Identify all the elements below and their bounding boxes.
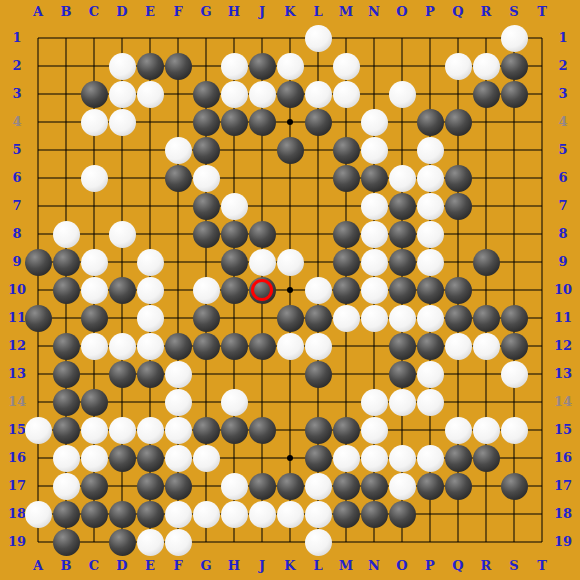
point-G13[interactable] [192,360,220,388]
point-A12[interactable] [24,332,52,360]
point-J9[interactable] [248,248,276,276]
point-E10[interactable] [136,276,164,304]
point-Q19[interactable] [444,528,472,556]
point-P3[interactable] [416,80,444,108]
point-A3[interactable] [24,80,52,108]
point-J18[interactable] [248,500,276,528]
point-D6[interactable] [108,164,136,192]
point-D16[interactable] [108,444,136,472]
point-D5[interactable] [108,136,136,164]
point-S10[interactable] [500,276,528,304]
point-Q17[interactable] [444,472,472,500]
point-Q9[interactable] [444,248,472,276]
point-R6[interactable] [472,164,500,192]
point-C15[interactable] [80,416,108,444]
point-G15[interactable] [192,416,220,444]
point-J11[interactable] [248,304,276,332]
point-J3[interactable] [248,80,276,108]
point-O12[interactable] [388,332,416,360]
point-R19[interactable] [472,528,500,556]
point-R4[interactable] [472,108,500,136]
point-B18[interactable] [52,500,80,528]
point-R11[interactable] [472,304,500,332]
point-C8[interactable] [80,220,108,248]
point-C14[interactable] [80,388,108,416]
point-T19[interactable] [528,528,556,556]
point-H12[interactable] [220,332,248,360]
point-L10[interactable] [304,276,332,304]
point-F3[interactable] [164,80,192,108]
point-C18[interactable] [80,500,108,528]
point-C17[interactable] [80,472,108,500]
point-F16[interactable] [164,444,192,472]
point-P17[interactable] [416,472,444,500]
point-B15[interactable] [52,416,80,444]
point-S3[interactable] [500,80,528,108]
point-R1[interactable] [472,24,500,52]
point-H3[interactable] [220,80,248,108]
point-O2[interactable] [388,52,416,80]
point-O19[interactable] [388,528,416,556]
point-S11[interactable] [500,304,528,332]
point-P6[interactable] [416,164,444,192]
point-N13[interactable] [360,360,388,388]
point-E4[interactable] [136,108,164,136]
point-A14[interactable] [24,388,52,416]
point-B10[interactable] [52,276,80,304]
point-S13[interactable] [500,360,528,388]
point-D14[interactable] [108,388,136,416]
point-O13[interactable] [388,360,416,388]
point-C7[interactable] [80,192,108,220]
point-N11[interactable] [360,304,388,332]
point-K6[interactable] [276,164,304,192]
point-S7[interactable] [500,192,528,220]
point-F5[interactable] [164,136,192,164]
point-S9[interactable] [500,248,528,276]
point-O17[interactable] [388,472,416,500]
point-T10[interactable] [528,276,556,304]
point-E14[interactable] [136,388,164,416]
point-C16[interactable] [80,444,108,472]
point-J8[interactable] [248,220,276,248]
point-A16[interactable] [24,444,52,472]
point-S16[interactable] [500,444,528,472]
point-D11[interactable] [108,304,136,332]
point-E6[interactable] [136,164,164,192]
point-D12[interactable] [108,332,136,360]
point-G16[interactable] [192,444,220,472]
point-A1[interactable] [24,24,52,52]
point-C19[interactable] [80,528,108,556]
point-Q7[interactable] [444,192,472,220]
point-T6[interactable] [528,164,556,192]
point-D17[interactable] [108,472,136,500]
point-R3[interactable] [472,80,500,108]
point-G10[interactable] [192,276,220,304]
point-P12[interactable] [416,332,444,360]
point-K12[interactable] [276,332,304,360]
point-T4[interactable] [528,108,556,136]
point-L7[interactable] [304,192,332,220]
point-Q13[interactable] [444,360,472,388]
point-M9[interactable] [332,248,360,276]
point-D8[interactable] [108,220,136,248]
point-S1[interactable] [500,24,528,52]
point-N3[interactable] [360,80,388,108]
point-Q12[interactable] [444,332,472,360]
point-M18[interactable] [332,500,360,528]
point-A7[interactable] [24,192,52,220]
point-K11[interactable] [276,304,304,332]
point-B14[interactable] [52,388,80,416]
point-L19[interactable] [304,528,332,556]
point-H15[interactable] [220,416,248,444]
point-F14[interactable] [164,388,192,416]
point-N16[interactable] [360,444,388,472]
point-K17[interactable] [276,472,304,500]
point-P5[interactable] [416,136,444,164]
point-F7[interactable] [164,192,192,220]
point-J4[interactable] [248,108,276,136]
point-N10[interactable] [360,276,388,304]
point-E5[interactable] [136,136,164,164]
point-B2[interactable] [52,52,80,80]
point-S4[interactable] [500,108,528,136]
point-N6[interactable] [360,164,388,192]
point-M4[interactable] [332,108,360,136]
point-M13[interactable] [332,360,360,388]
point-A15[interactable] [24,416,52,444]
point-S2[interactable] [500,52,528,80]
point-O4[interactable] [388,108,416,136]
point-L18[interactable] [304,500,332,528]
point-J5[interactable] [248,136,276,164]
point-J12[interactable] [248,332,276,360]
point-K13[interactable] [276,360,304,388]
point-G14[interactable] [192,388,220,416]
point-D19[interactable] [108,528,136,556]
point-F2[interactable] [164,52,192,80]
point-B13[interactable] [52,360,80,388]
point-E13[interactable] [136,360,164,388]
point-K5[interactable] [276,136,304,164]
point-R18[interactable] [472,500,500,528]
point-R17[interactable] [472,472,500,500]
point-T5[interactable] [528,136,556,164]
point-S19[interactable] [500,528,528,556]
point-L17[interactable] [304,472,332,500]
point-F12[interactable] [164,332,192,360]
point-N19[interactable] [360,528,388,556]
point-H1[interactable] [220,24,248,52]
point-E18[interactable] [136,500,164,528]
point-E1[interactable] [136,24,164,52]
point-E16[interactable] [136,444,164,472]
point-L9[interactable] [304,248,332,276]
point-R16[interactable] [472,444,500,472]
point-F15[interactable] [164,416,192,444]
point-K4[interactable] [276,108,304,136]
point-H11[interactable] [220,304,248,332]
point-R14[interactable] [472,388,500,416]
point-G2[interactable] [192,52,220,80]
point-L3[interactable] [304,80,332,108]
point-R8[interactable] [472,220,500,248]
point-T2[interactable] [528,52,556,80]
point-P8[interactable] [416,220,444,248]
point-T1[interactable] [528,24,556,52]
point-J10[interactable] [248,276,276,304]
point-O10[interactable] [388,276,416,304]
point-T7[interactable] [528,192,556,220]
point-P9[interactable] [416,248,444,276]
point-R9[interactable] [472,248,500,276]
point-R15[interactable] [472,416,500,444]
point-K19[interactable] [276,528,304,556]
point-H6[interactable] [220,164,248,192]
point-J6[interactable] [248,164,276,192]
point-Q3[interactable] [444,80,472,108]
point-Q10[interactable] [444,276,472,304]
point-J13[interactable] [248,360,276,388]
point-L2[interactable] [304,52,332,80]
point-M2[interactable] [332,52,360,80]
point-J14[interactable] [248,388,276,416]
point-L11[interactable] [304,304,332,332]
point-L13[interactable] [304,360,332,388]
point-D15[interactable] [108,416,136,444]
point-C13[interactable] [80,360,108,388]
point-O9[interactable] [388,248,416,276]
point-B16[interactable] [52,444,80,472]
point-K15[interactable] [276,416,304,444]
point-A18[interactable] [24,500,52,528]
point-O1[interactable] [388,24,416,52]
point-T8[interactable] [528,220,556,248]
point-M17[interactable] [332,472,360,500]
point-R7[interactable] [472,192,500,220]
point-A8[interactable] [24,220,52,248]
point-H10[interactable] [220,276,248,304]
point-O5[interactable] [388,136,416,164]
point-E19[interactable] [136,528,164,556]
point-N14[interactable] [360,388,388,416]
point-K10[interactable] [276,276,304,304]
point-P13[interactable] [416,360,444,388]
point-C6[interactable] [80,164,108,192]
point-E11[interactable] [136,304,164,332]
point-E17[interactable] [136,472,164,500]
point-N2[interactable] [360,52,388,80]
point-K9[interactable] [276,248,304,276]
point-B11[interactable] [52,304,80,332]
point-F6[interactable] [164,164,192,192]
point-C11[interactable] [80,304,108,332]
point-Q18[interactable] [444,500,472,528]
point-O7[interactable] [388,192,416,220]
point-N8[interactable] [360,220,388,248]
point-B12[interactable] [52,332,80,360]
point-N12[interactable] [360,332,388,360]
point-M10[interactable] [332,276,360,304]
point-N18[interactable] [360,500,388,528]
point-S18[interactable] [500,500,528,528]
point-H13[interactable] [220,360,248,388]
point-A6[interactable] [24,164,52,192]
point-G3[interactable] [192,80,220,108]
point-K3[interactable] [276,80,304,108]
point-G4[interactable] [192,108,220,136]
point-E7[interactable] [136,192,164,220]
point-D7[interactable] [108,192,136,220]
point-B7[interactable] [52,192,80,220]
point-N15[interactable] [360,416,388,444]
point-F17[interactable] [164,472,192,500]
point-B4[interactable] [52,108,80,136]
point-C1[interactable] [80,24,108,52]
point-Q16[interactable] [444,444,472,472]
point-G12[interactable] [192,332,220,360]
point-A9[interactable] [24,248,52,276]
point-J16[interactable] [248,444,276,472]
point-Q14[interactable] [444,388,472,416]
point-A10[interactable] [24,276,52,304]
point-G5[interactable] [192,136,220,164]
point-H19[interactable] [220,528,248,556]
point-G8[interactable] [192,220,220,248]
point-M5[interactable] [332,136,360,164]
point-D9[interactable] [108,248,136,276]
point-J19[interactable] [248,528,276,556]
point-L8[interactable] [304,220,332,248]
point-G6[interactable] [192,164,220,192]
point-L15[interactable] [304,416,332,444]
point-J15[interactable] [248,416,276,444]
point-M14[interactable] [332,388,360,416]
point-N9[interactable] [360,248,388,276]
point-F18[interactable] [164,500,192,528]
point-H16[interactable] [220,444,248,472]
point-C12[interactable] [80,332,108,360]
point-A17[interactable] [24,472,52,500]
point-C5[interactable] [80,136,108,164]
point-P15[interactable] [416,416,444,444]
point-Q15[interactable] [444,416,472,444]
point-P2[interactable] [416,52,444,80]
point-T17[interactable] [528,472,556,500]
point-M11[interactable] [332,304,360,332]
point-A5[interactable] [24,136,52,164]
point-B3[interactable] [52,80,80,108]
point-K2[interactable] [276,52,304,80]
point-C10[interactable] [80,276,108,304]
point-A13[interactable] [24,360,52,388]
point-F10[interactable] [164,276,192,304]
point-R12[interactable] [472,332,500,360]
point-P7[interactable] [416,192,444,220]
point-E2[interactable] [136,52,164,80]
point-P4[interactable] [416,108,444,136]
point-O14[interactable] [388,388,416,416]
point-L5[interactable] [304,136,332,164]
point-D13[interactable] [108,360,136,388]
point-S15[interactable] [500,416,528,444]
point-C4[interactable] [80,108,108,136]
point-D1[interactable] [108,24,136,52]
point-R10[interactable] [472,276,500,304]
point-C9[interactable] [80,248,108,276]
point-L14[interactable] [304,388,332,416]
point-S12[interactable] [500,332,528,360]
point-H7[interactable] [220,192,248,220]
point-B5[interactable] [52,136,80,164]
point-N4[interactable] [360,108,388,136]
point-D4[interactable] [108,108,136,136]
point-M7[interactable] [332,192,360,220]
point-H17[interactable] [220,472,248,500]
point-G7[interactable] [192,192,220,220]
point-H2[interactable] [220,52,248,80]
point-J1[interactable] [248,24,276,52]
point-E9[interactable] [136,248,164,276]
point-H14[interactable] [220,388,248,416]
point-N17[interactable] [360,472,388,500]
point-T13[interactable] [528,360,556,388]
point-L16[interactable] [304,444,332,472]
point-T14[interactable] [528,388,556,416]
point-N1[interactable] [360,24,388,52]
point-O6[interactable] [388,164,416,192]
point-B1[interactable] [52,24,80,52]
point-G17[interactable] [192,472,220,500]
point-G11[interactable] [192,304,220,332]
point-D2[interactable] [108,52,136,80]
point-B8[interactable] [52,220,80,248]
point-B17[interactable] [52,472,80,500]
point-H5[interactable] [220,136,248,164]
point-S8[interactable] [500,220,528,248]
point-A4[interactable] [24,108,52,136]
point-T9[interactable] [528,248,556,276]
point-M16[interactable] [332,444,360,472]
point-N5[interactable] [360,136,388,164]
point-P11[interactable] [416,304,444,332]
point-M6[interactable] [332,164,360,192]
point-C3[interactable] [80,80,108,108]
point-Q2[interactable] [444,52,472,80]
point-D18[interactable] [108,500,136,528]
point-M1[interactable] [332,24,360,52]
point-E12[interactable] [136,332,164,360]
point-Q6[interactable] [444,164,472,192]
point-O16[interactable] [388,444,416,472]
point-G19[interactable] [192,528,220,556]
point-T11[interactable] [528,304,556,332]
point-Q1[interactable] [444,24,472,52]
point-N7[interactable] [360,192,388,220]
point-S17[interactable] [500,472,528,500]
point-S14[interactable] [500,388,528,416]
point-A19[interactable] [24,528,52,556]
point-A2[interactable] [24,52,52,80]
point-T15[interactable] [528,416,556,444]
point-F13[interactable] [164,360,192,388]
point-E8[interactable] [136,220,164,248]
point-G9[interactable] [192,248,220,276]
point-D3[interactable] [108,80,136,108]
point-O15[interactable] [388,416,416,444]
